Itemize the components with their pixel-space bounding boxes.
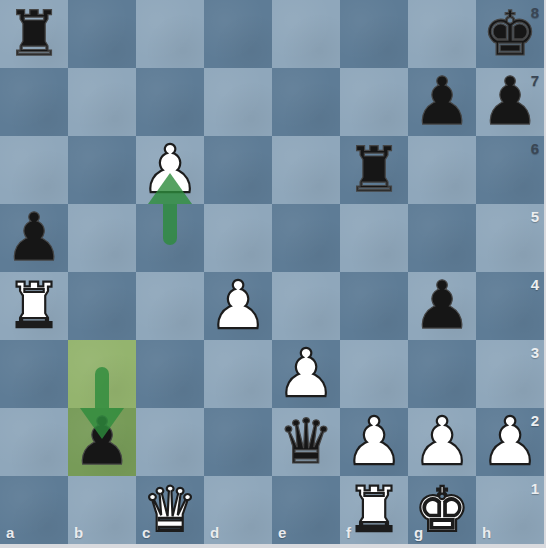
square-g5[interactable] — [408, 204, 476, 272]
square-f3[interactable] — [340, 340, 408, 408]
square-f5[interactable] — [340, 204, 408, 272]
square-d7[interactable] — [204, 68, 272, 136]
square-a7[interactable] — [0, 68, 68, 136]
square-g4[interactable]: ♟ — [408, 272, 476, 340]
last-move-highlight — [68, 340, 136, 408]
square-g8[interactable] — [408, 0, 476, 68]
white-pawn[interactable]: ♟ — [408, 408, 476, 476]
white-king[interactable]: ♚ — [408, 476, 476, 544]
black-rook[interactable]: ♜ — [340, 136, 408, 204]
square-e5[interactable] — [272, 204, 340, 272]
square-b4[interactable] — [68, 272, 136, 340]
rank-label: 3 — [531, 344, 539, 361]
square-b6[interactable] — [68, 136, 136, 204]
square-b2[interactable]: ♟ — [68, 408, 136, 476]
square-a8[interactable]: ♜ — [0, 0, 68, 68]
square-d8[interactable] — [204, 0, 272, 68]
square-d2[interactable] — [204, 408, 272, 476]
square-e6[interactable] — [272, 136, 340, 204]
white-pawn[interactable]: ♟ — [476, 408, 544, 476]
square-b7[interactable] — [68, 68, 136, 136]
square-c5[interactable] — [136, 204, 204, 272]
chess-app-frame: ♜♚8♟♟7♟♜6♟5♜♟♟4♟3♟♛♟♟♟2ab♛cde♜f♚g1h — [0, 0, 546, 548]
black-pawn[interactable]: ♟ — [68, 408, 136, 476]
square-b8[interactable] — [68, 0, 136, 68]
square-d1[interactable]: d — [204, 476, 272, 544]
square-h7[interactable]: ♟7 — [476, 68, 544, 136]
square-g1[interactable]: ♚g — [408, 476, 476, 544]
square-c4[interactable] — [136, 272, 204, 340]
square-c2[interactable] — [136, 408, 204, 476]
square-h4[interactable]: 4 — [476, 272, 544, 340]
white-pawn[interactable]: ♟ — [204, 272, 272, 340]
square-e7[interactable] — [272, 68, 340, 136]
square-f7[interactable] — [340, 68, 408, 136]
square-a6[interactable] — [0, 136, 68, 204]
square-c8[interactable] — [136, 0, 204, 68]
rank-label: 1 — [531, 480, 539, 497]
square-c7[interactable] — [136, 68, 204, 136]
square-h8[interactable]: ♚8 — [476, 0, 544, 68]
square-a4[interactable]: ♜ — [0, 272, 68, 340]
rank-label: 5 — [531, 208, 539, 225]
square-h2[interactable]: ♟2 — [476, 408, 544, 476]
square-b5[interactable] — [68, 204, 136, 272]
chess-board: ♜♚8♟♟7♟♜6♟5♜♟♟4♟3♟♛♟♟♟2ab♛cde♜f♚g1h — [0, 0, 544, 544]
square-f6[interactable]: ♜ — [340, 136, 408, 204]
square-d4[interactable]: ♟ — [204, 272, 272, 340]
square-c1[interactable]: ♛c — [136, 476, 204, 544]
square-e4[interactable] — [272, 272, 340, 340]
white-queen[interactable]: ♛ — [136, 476, 204, 544]
square-h5[interactable]: 5 — [476, 204, 544, 272]
white-rook[interactable]: ♜ — [0, 272, 68, 340]
square-h3[interactable]: 3 — [476, 340, 544, 408]
square-d5[interactable] — [204, 204, 272, 272]
square-f2[interactable]: ♟ — [340, 408, 408, 476]
square-e8[interactable] — [272, 0, 340, 68]
square-d3[interactable] — [204, 340, 272, 408]
rank-label: 6 — [531, 140, 539, 157]
black-queen[interactable]: ♛ — [272, 408, 340, 476]
square-g6[interactable] — [408, 136, 476, 204]
square-c6[interactable]: ♟ — [136, 136, 204, 204]
square-d6[interactable] — [204, 136, 272, 204]
square-f4[interactable] — [340, 272, 408, 340]
file-label: e — [278, 524, 286, 541]
file-label: b — [74, 524, 83, 541]
square-f1[interactable]: ♜f — [340, 476, 408, 544]
rank-label: 4 — [531, 276, 539, 293]
square-g7[interactable]: ♟ — [408, 68, 476, 136]
white-rook[interactable]: ♜ — [340, 476, 408, 544]
black-king[interactable]: ♚ — [476, 0, 544, 68]
square-g3[interactable] — [408, 340, 476, 408]
white-pawn[interactable]: ♟ — [340, 408, 408, 476]
square-a2[interactable] — [0, 408, 68, 476]
file-label: d — [210, 524, 219, 541]
square-a3[interactable] — [0, 340, 68, 408]
square-h1[interactable]: 1h — [476, 476, 544, 544]
black-pawn[interactable]: ♟ — [408, 272, 476, 340]
square-h6[interactable]: 6 — [476, 136, 544, 204]
black-pawn[interactable]: ♟ — [0, 204, 68, 272]
square-f8[interactable] — [340, 0, 408, 68]
square-e3[interactable]: ♟ — [272, 340, 340, 408]
black-pawn[interactable]: ♟ — [408, 68, 476, 136]
black-rook[interactable]: ♜ — [0, 0, 68, 68]
white-pawn[interactable]: ♟ — [272, 340, 340, 408]
square-g2[interactable]: ♟ — [408, 408, 476, 476]
white-pawn[interactable]: ♟ — [136, 136, 204, 204]
file-label: a — [6, 524, 14, 541]
square-c3[interactable] — [136, 340, 204, 408]
square-e2[interactable]: ♛ — [272, 408, 340, 476]
square-e1[interactable]: e — [272, 476, 340, 544]
square-b1[interactable]: b — [68, 476, 136, 544]
square-b3[interactable] — [68, 340, 136, 408]
square-a5[interactable]: ♟ — [0, 204, 68, 272]
black-pawn[interactable]: ♟ — [476, 68, 544, 136]
square-a1[interactable]: a — [0, 476, 68, 544]
file-label: h — [482, 524, 491, 541]
